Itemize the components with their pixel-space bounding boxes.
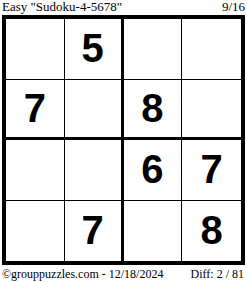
sudoku-cell-r2c3[interactable]: 8 (124, 80, 183, 141)
sudoku-cell-r3c4[interactable]: 7 (182, 140, 241, 201)
copyright-text: ©grouppuzzles.com - 12/18/2024 (2, 268, 163, 281)
puzzle-title: Easy "Sudoku-4-5678" (2, 0, 122, 14)
sudoku-cell-r2c1[interactable]: 7 (6, 80, 65, 141)
sudoku-cell-r3c2[interactable] (65, 140, 124, 201)
sudoku-cell-r1c1[interactable] (6, 19, 65, 80)
header: Easy "Sudoku-4-5678" 9/16 (0, 0, 247, 15)
sudoku-cell-r1c3[interactable] (124, 19, 183, 80)
sudoku-cell-r3c1[interactable] (6, 140, 65, 201)
sudoku-cell-r3c3[interactable]: 6 (124, 140, 183, 201)
difficulty-text: Diff: 2 / 81 (191, 268, 244, 281)
sudoku-cell-r4c3[interactable] (124, 201, 183, 262)
sudoku-cell-r1c4[interactable] (182, 19, 241, 80)
sudoku-cell-r2c4[interactable] (182, 80, 241, 141)
sudoku-cell-r1c2[interactable]: 5 (65, 19, 124, 80)
sudoku-board: 5 7 8 6 7 7 8 (2, 15, 245, 265)
footer: ©grouppuzzles.com - 12/18/2024 Diff: 2 /… (0, 268, 247, 281)
sudoku-cell-r4c1[interactable] (6, 201, 65, 262)
sudoku-cell-r4c4[interactable]: 8 (182, 201, 241, 262)
puzzle-page: Easy "Sudoku-4-5678" 9/16 5 7 8 6 7 7 8 … (0, 0, 247, 282)
sudoku-cell-r2c2[interactable] (65, 80, 124, 141)
sudoku-cell-r4c2[interactable]: 7 (65, 201, 124, 262)
progress-count: 9/16 (222, 0, 245, 14)
